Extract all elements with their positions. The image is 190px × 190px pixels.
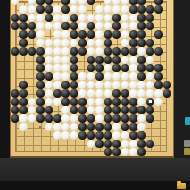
black-stone [19,89,28,98]
black-stone [19,14,28,23]
white-stone [129,14,138,23]
black-stone [95,131,104,140]
left-margin [0,0,10,158]
black-stone [112,114,121,123]
white-stone [121,131,130,140]
black-stone [19,98,28,107]
black-stone [137,14,146,23]
black-stone [163,81,172,90]
black-stone [19,81,28,90]
white-stone [104,5,113,14]
black-stone [146,47,155,56]
white-stone [53,64,62,73]
black-stone [104,47,113,56]
black-stone [121,47,130,56]
white-stone [53,98,62,107]
black-stone [78,114,87,123]
white-stone [95,114,104,123]
white-stone [112,123,121,132]
white-stone [129,89,138,98]
black-stone [104,30,113,39]
control-bar: ··· ··· ··· ···· ···· ··· ··· ···· [0,158,190,182]
white-stone [36,22,45,31]
white-stone [78,89,87,98]
white-stone [45,89,54,98]
black-stone [36,56,45,65]
white-stone [154,98,163,107]
black-stone [78,39,87,48]
white-stone [78,14,87,23]
right-margin [174,0,190,158]
black-stone [11,47,20,56]
white-stone [28,114,37,123]
white-stone [19,114,28,123]
white-stone [36,14,45,23]
black-stone [45,5,54,14]
white-stone [129,22,138,31]
white-stone [121,30,130,39]
white-stone [121,56,130,65]
black-stone [78,47,87,56]
black-stone [78,98,87,107]
black-stone [36,89,45,98]
black-stone [36,98,45,107]
black-stone [95,56,104,65]
black-stone [61,5,70,14]
white-stone [112,81,121,90]
white-stone [104,89,113,98]
black-stone [104,114,113,123]
black-stone [112,98,121,107]
black-stone [137,30,146,39]
white-stone [45,98,54,107]
white-stone [53,30,62,39]
white-stone [61,72,70,81]
black-stone [154,47,163,56]
black-stone [129,106,138,115]
black-stone [61,89,70,98]
white-stone [129,56,138,65]
black-stone [112,30,121,39]
black-stone [129,5,138,14]
white-stone [95,47,104,56]
white-stone [36,30,45,39]
white-stone [61,114,70,123]
white-stone [129,64,138,73]
black-stone [78,123,87,132]
black-stone [19,47,28,56]
white-stone [112,72,121,81]
last-move-marker [149,100,152,103]
black-stone [112,64,121,73]
black-stone [28,30,37,39]
black-stone [112,14,121,23]
black-stone [154,5,163,14]
white-stone [87,89,96,98]
black-stone [95,123,104,132]
white-stone [121,148,130,157]
white-stone [61,131,70,140]
black-stone [154,81,163,90]
black-stone [129,30,138,39]
black-stone [36,81,45,90]
black-stone [78,131,87,140]
white-stone [70,5,79,14]
white-stone [95,39,104,48]
black-stone [112,106,121,115]
black-stone [146,5,155,14]
black-stone [53,114,62,123]
black-stone [36,72,45,81]
black-stone [112,47,121,56]
black-stone [36,64,45,73]
white-stone [87,47,96,56]
white-stone [53,56,62,65]
white-stone [95,5,104,14]
white-stone [112,131,121,140]
black-stone [137,72,146,81]
white-stone [112,5,121,14]
black-stone [112,148,121,157]
black-stone [137,140,146,149]
black-stone [121,98,130,107]
white-stone [78,72,87,81]
black-stone [87,131,96,140]
black-stone [129,98,138,107]
white-stone [53,47,62,56]
black-stone [163,89,172,98]
white-stone [53,123,62,132]
white-stone [36,39,45,48]
black-stone [129,39,138,48]
black-stone [154,72,163,81]
star-point [39,126,41,128]
black-stone [112,89,121,98]
white-stone [61,47,70,56]
black-stone [70,47,79,56]
black-stone [129,123,138,132]
black-stone [45,114,54,123]
white-stone [53,39,62,48]
black-stone [104,148,113,157]
panel-gray-icon[interactable] [184,140,190,147]
white-stone [129,140,138,149]
black-stone [45,72,54,81]
black-stone [61,98,70,107]
black-stone [19,30,28,39]
black-stone [36,47,45,56]
white-stone [19,5,28,14]
white-stone [121,14,130,23]
white-stone [53,72,62,81]
black-stone [137,148,146,157]
white-stone [104,72,113,81]
black-stone [104,131,113,140]
white-stone [95,30,104,39]
black-stone [112,140,121,149]
white-stone [61,56,70,65]
white-stone [121,5,130,14]
black-stone [11,89,20,98]
panel-olive-icon[interactable] [184,148,190,155]
black-stone [129,131,138,140]
white-stone [78,81,87,90]
black-stone [36,106,45,115]
white-stone [137,89,146,98]
white-stone [95,14,104,23]
white-stone [95,81,104,90]
white-stone [53,14,62,23]
black-stone [137,56,146,65]
black-stone [121,89,130,98]
black-stone [121,114,130,123]
black-stone [95,140,104,149]
black-stone [36,114,45,123]
white-stone [121,140,130,149]
black-stone [129,114,138,123]
white-stone [95,89,104,98]
white-stone [61,14,70,23]
white-stone [53,131,62,140]
go-board[interactable] [10,0,174,158]
black-stone [70,89,79,98]
bottom-bar [0,181,190,190]
black-stone [112,22,121,31]
black-stone [36,5,45,14]
black-stone [11,114,20,123]
white-stone [121,72,130,81]
white-stone [19,123,28,132]
white-stone [78,5,87,14]
white-stone [95,98,104,107]
white-stone [154,89,163,98]
black-stone [78,30,87,39]
folder-icon[interactable] [177,183,186,189]
black-stone [53,89,62,98]
white-stone [28,5,37,14]
white-stone [146,89,155,98]
black-stone [28,47,37,56]
white-stone [53,5,62,14]
black-stone [95,72,104,81]
white-stone [137,98,146,107]
black-stone [137,5,146,14]
white-stone [137,114,146,123]
black-stone [112,56,121,65]
black-stone [19,39,28,48]
black-stone [154,30,163,39]
white-stone [129,81,138,90]
black-stone [129,47,138,56]
black-stone [137,131,146,140]
white-stone [61,30,70,39]
white-stone [70,131,79,140]
panel-blue-icon[interactable] [185,117,190,125]
white-stone [137,47,146,56]
white-stone [45,47,54,56]
white-stone [53,81,62,90]
black-stone [45,14,54,23]
go-client-window: ··· ··· ··· ···· ···· ··· ··· ···· [0,0,190,190]
white-stone [45,56,54,65]
white-stone [129,72,138,81]
white-stone [53,22,62,31]
white-stone [129,148,138,157]
